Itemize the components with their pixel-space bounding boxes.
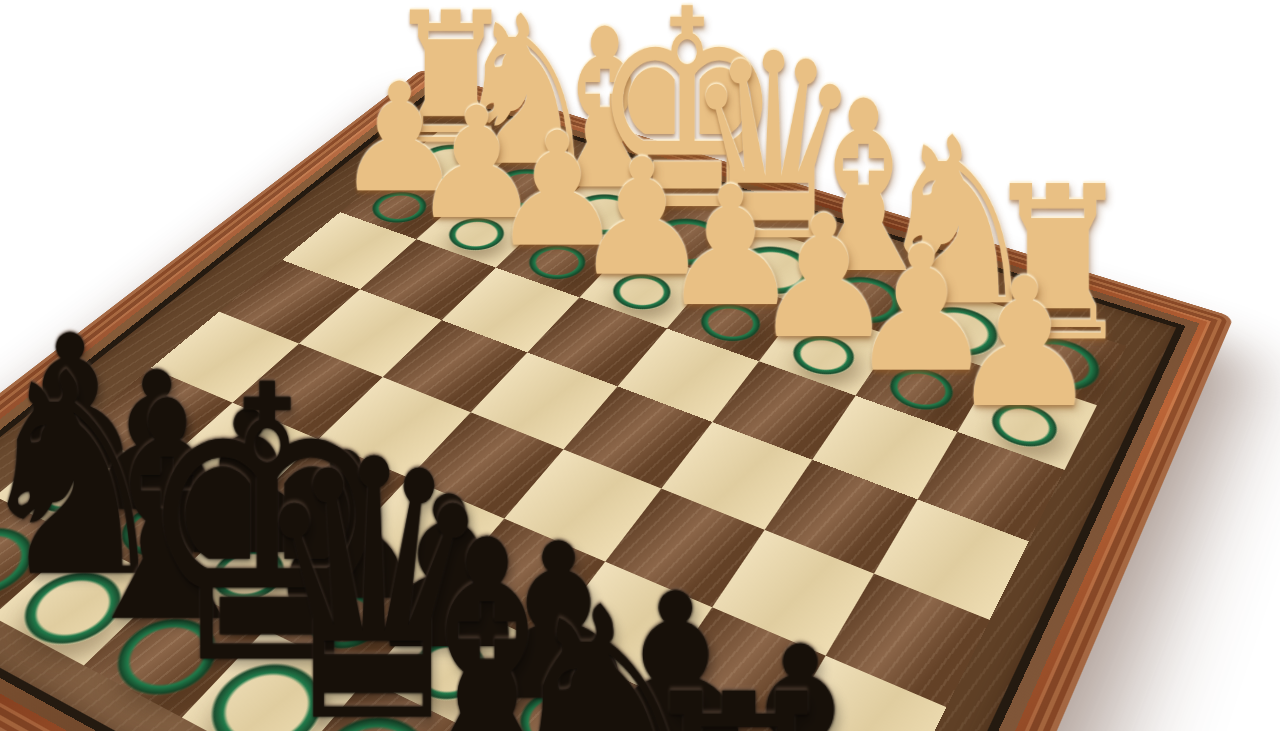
white-pawn[interactable]: ♟ bbox=[949, 255, 1101, 433]
square-a2[interactable]: ♟ bbox=[957, 370, 1097, 470]
board-outer-strip: ♜♞♝♚♛♝♞♜♟♟♟♟♟♟♟♟♟♟♟♟♟♟♟♟♜♞♝♚♛♝♞♜ bbox=[0, 84, 1199, 731]
chess-photo-scene: ♜♞♝♚♛♝♞♜♟♟♟♟♟♟♟♟♟♟♟♟♟♟♟♟♜♞♝♚♛♝♞♜ bbox=[0, 0, 1280, 731]
board-molding-frame: ♜♞♝♚♛♝♞♜♟♟♟♟♟♟♟♟♟♟♟♟♟♟♟♟♜♞♝♚♛♝♞♜ bbox=[0, 69, 1234, 731]
perspective-wrapper: ♜♞♝♚♛♝♞♜♟♟♟♟♟♟♟♟♟♟♟♟♟♟♟♟♜♞♝♚♛♝♞♜ bbox=[0, 0, 1280, 731]
square-b4[interactable] bbox=[765, 460, 918, 574]
squares-grid: ♜♞♝♚♛♝♞♜♟♟♟♟♟♟♟♟♟♟♟♟♟♟♟♟♜♞♝♚♛♝♞♜ bbox=[0, 127, 1108, 731]
square-c3[interactable] bbox=[712, 361, 855, 459]
board-apron-border: ♜♞♝♚♛♝♞♜♟♟♟♟♟♟♟♟♟♟♟♟♟♟♟♟♜♞♝♚♛♝♞♜ bbox=[0, 91, 1185, 731]
chessboard: ♜♞♝♚♛♝♞♜♟♟♟♟♟♟♟♟♟♟♟♟♟♟♟♟♜♞♝♚♛♝♞♜ bbox=[0, 69, 1234, 731]
black-rook[interactable]: ♜ bbox=[629, 655, 848, 731]
